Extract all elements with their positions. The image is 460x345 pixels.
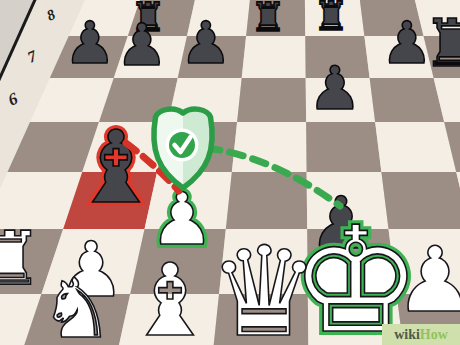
piece-black-pawn-b7: ♟ xyxy=(116,16,168,74)
chess-illustration: 876 ♜♜♜♟♟♟♟♜♟♝♝♟♟♟♟♜♞♝♛♚♚♟ wikiHow xyxy=(0,0,460,345)
piece-black-rook-d8: ♜ xyxy=(250,0,286,37)
piece-black-rook-g7: ♜ xyxy=(422,11,460,77)
pieces-layer: ♜♜♜♟♟♟♟♜♟♝♝♟♟♟♟♜♞♝♛♚♚♟ xyxy=(0,0,460,345)
piece-black-bishop-b4: ♝ xyxy=(71,118,161,218)
piece-white-bishop-c2: ♝ xyxy=(125,251,215,345)
piece-black-pawn-c7: ♟ xyxy=(180,14,232,72)
piece-black-pawn-e6: ♟ xyxy=(308,58,362,118)
piece-white-queen-d2: ♛ xyxy=(208,230,319,345)
piece-white-rook-a2: ♜ xyxy=(0,221,43,295)
piece-black-rook-e8: ♜ xyxy=(313,0,349,36)
piece-white-knight-b2: ♞ xyxy=(40,268,114,345)
piece-black-pawn-a7: ♟ xyxy=(64,14,116,72)
wikihow-watermark: wikiHow xyxy=(382,324,460,345)
watermark-how: How xyxy=(420,327,448,343)
watermark-wiki: wiki xyxy=(394,327,420,343)
